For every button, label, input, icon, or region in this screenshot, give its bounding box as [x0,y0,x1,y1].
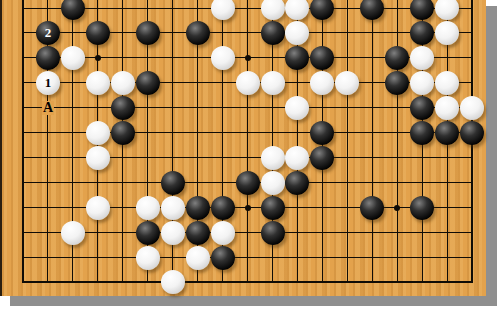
grid-line-horizontal [22,232,473,233]
stone-black[interactable] [410,96,434,120]
stone-white[interactable] [161,270,185,294]
hoshi-dot [245,205,251,211]
hoshi-dot [95,55,101,61]
stone-black[interactable] [410,21,434,45]
stone-white[interactable] [261,71,285,95]
stone-white[interactable] [161,196,185,220]
stone-white[interactable] [61,221,85,245]
stone-black[interactable] [161,171,185,195]
stone-white[interactable] [86,146,110,170]
stone-white[interactable] [410,71,434,95]
grid-line-vertical [247,0,248,283]
stone-black[interactable] [460,121,484,145]
stone-white[interactable] [435,96,459,120]
grid-line-vertical [397,0,398,283]
stone-white[interactable] [410,46,434,70]
stone-black[interactable] [86,21,110,45]
stone-white[interactable] [211,221,235,245]
move-number-label: 2 [36,21,60,45]
stone-white[interactable] [435,71,459,95]
stone-white[interactable] [460,96,484,120]
stone-white[interactable] [86,196,110,220]
stone-black[interactable] [310,121,334,145]
stone-white[interactable] [86,121,110,145]
stone-white[interactable] [161,221,185,245]
stone-black[interactable] [211,246,235,270]
stone-white[interactable] [261,0,285,20]
stone-black[interactable] [310,146,334,170]
hoshi-dot [245,55,251,61]
stone-black[interactable] [435,121,459,145]
stone-black[interactable] [285,171,309,195]
stone-white[interactable] [211,46,235,70]
stone-black[interactable] [261,221,285,245]
point-label-A[interactable]: A [42,101,54,115]
grid-line-horizontal [22,281,473,283]
stone-white[interactable] [86,71,110,95]
stone-black[interactable] [261,21,285,45]
grid-line-vertical [22,0,24,283]
stone-black[interactable] [186,196,210,220]
stone-white[interactable] [285,146,309,170]
stone-white[interactable] [136,196,160,220]
stone-black[interactable] [111,96,135,120]
stone-black[interactable] [410,196,434,220]
stone-white[interactable] [111,71,135,95]
stone-white[interactable] [186,246,210,270]
stone-black[interactable] [385,46,409,70]
hoshi-dot [394,205,400,211]
stone-white[interactable] [136,246,160,270]
stone-black[interactable] [136,71,160,95]
go-app: 21A [0,0,500,310]
stone-black[interactable] [261,196,285,220]
stone-black[interactable] [385,71,409,95]
move-number-label: 1 [36,71,60,95]
stone-black[interactable] [136,21,160,45]
stone-black[interactable] [211,196,235,220]
stone-black[interactable] [236,171,260,195]
stone-white[interactable] [61,46,85,70]
stone-black[interactable] [360,196,384,220]
grid-line-vertical [347,0,348,283]
stone-black[interactable] [111,121,135,145]
stone-white[interactable] [435,21,459,45]
stone-black[interactable] [186,221,210,245]
grid-line-vertical [372,0,373,283]
grid-line-horizontal [22,257,473,258]
grid-line-horizontal [22,107,473,108]
grid-line-horizontal [22,8,473,9]
stone-black[interactable] [136,221,160,245]
stone-white[interactable] [261,146,285,170]
stone-white[interactable] [236,71,260,95]
stone-black[interactable] [410,121,434,145]
stone-black[interactable] [36,46,60,70]
stone-black[interactable] [186,21,210,45]
stone-white[interactable] [261,171,285,195]
